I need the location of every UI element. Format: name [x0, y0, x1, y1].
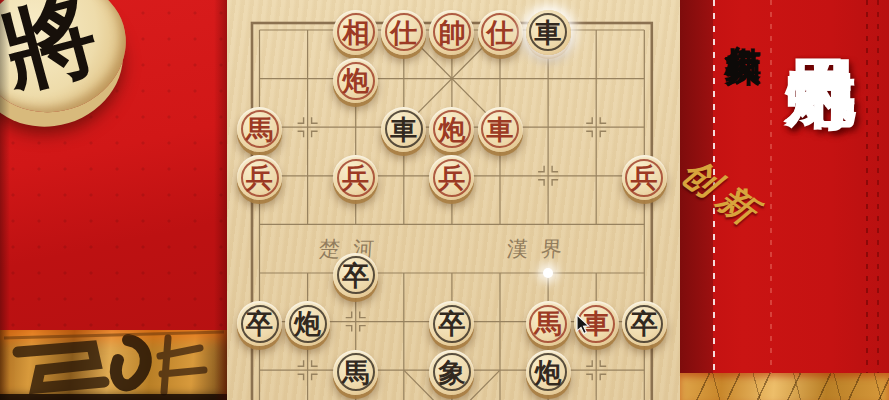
piece-red-兵[interactable]: 兵	[622, 155, 667, 200]
piece-red-馬[interactable]: 馬	[237, 107, 282, 152]
piece-black-車[interactable]: 車	[526, 10, 571, 55]
carved-texture	[0, 330, 227, 400]
edge-shadow	[0, 0, 10, 400]
piece-black-卒[interactable]: 卒	[622, 301, 667, 346]
gold-texture-band	[680, 373, 889, 400]
piece-black-象[interactable]: 象	[429, 350, 474, 395]
piece-red-仕[interactable]: 仕	[478, 10, 523, 55]
left-decor-panel: 將	[0, 0, 227, 400]
piece-black-車[interactable]: 車	[381, 107, 426, 152]
panel-board-shadow	[214, 0, 227, 400]
xiangqi-board[interactable]: 楚河 漢界 相仕帥仕車炮馬車炮車兵兵兵兵卒卒炮卒馬車卒馬象炮	[227, 0, 680, 400]
piece-red-車[interactable]: 車	[478, 107, 523, 152]
piece-red-炮[interactable]: 炮	[429, 107, 474, 152]
piece-black-卒[interactable]: 卒	[333, 253, 378, 298]
piece-red-馬[interactable]: 馬	[526, 301, 571, 346]
river-label-right: 漢界	[506, 235, 576, 263]
right-promo-panel: 象棋大师 创新 中炮对屏风	[680, 0, 889, 400]
series-subtitle: 象棋大师	[722, 16, 763, 24]
app-window: 將 楚河 漢界 相仕帥仕車炮馬車炮車兵兵兵兵卒卒炮卒馬車卒馬象炮	[0, 0, 889, 400]
piece-red-兵[interactable]: 兵	[237, 155, 282, 200]
piece-red-帥[interactable]: 帥	[429, 10, 474, 55]
stitch-line	[877, 0, 879, 400]
piece-red-炮[interactable]: 炮	[333, 58, 378, 103]
piece-black-炮[interactable]: 炮	[526, 350, 571, 395]
stitch-line	[866, 0, 868, 400]
piece-black-炮[interactable]: 炮	[285, 301, 330, 346]
gold-carved-band	[0, 330, 227, 400]
mouse-cursor	[576, 314, 592, 336]
piece-black-馬[interactable]: 馬	[333, 350, 378, 395]
piece-red-相[interactable]: 相	[333, 10, 378, 55]
piece-red-仕[interactable]: 仕	[381, 10, 426, 55]
piece-black-卒[interactable]: 卒	[237, 301, 282, 346]
